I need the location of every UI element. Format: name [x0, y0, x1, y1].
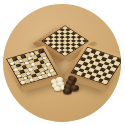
- loose-white-checker: [54, 86, 61, 91]
- board-cell: [102, 80, 108, 85]
- product-photo: [0, 0, 125, 125]
- board-cell: [51, 71, 57, 75]
- loose-black-checker: [70, 85, 79, 91]
- checkerboard-grid: [70, 47, 121, 85]
- circle-backdrop: [3, 4, 121, 122]
- board-cell: [62, 52, 68, 56]
